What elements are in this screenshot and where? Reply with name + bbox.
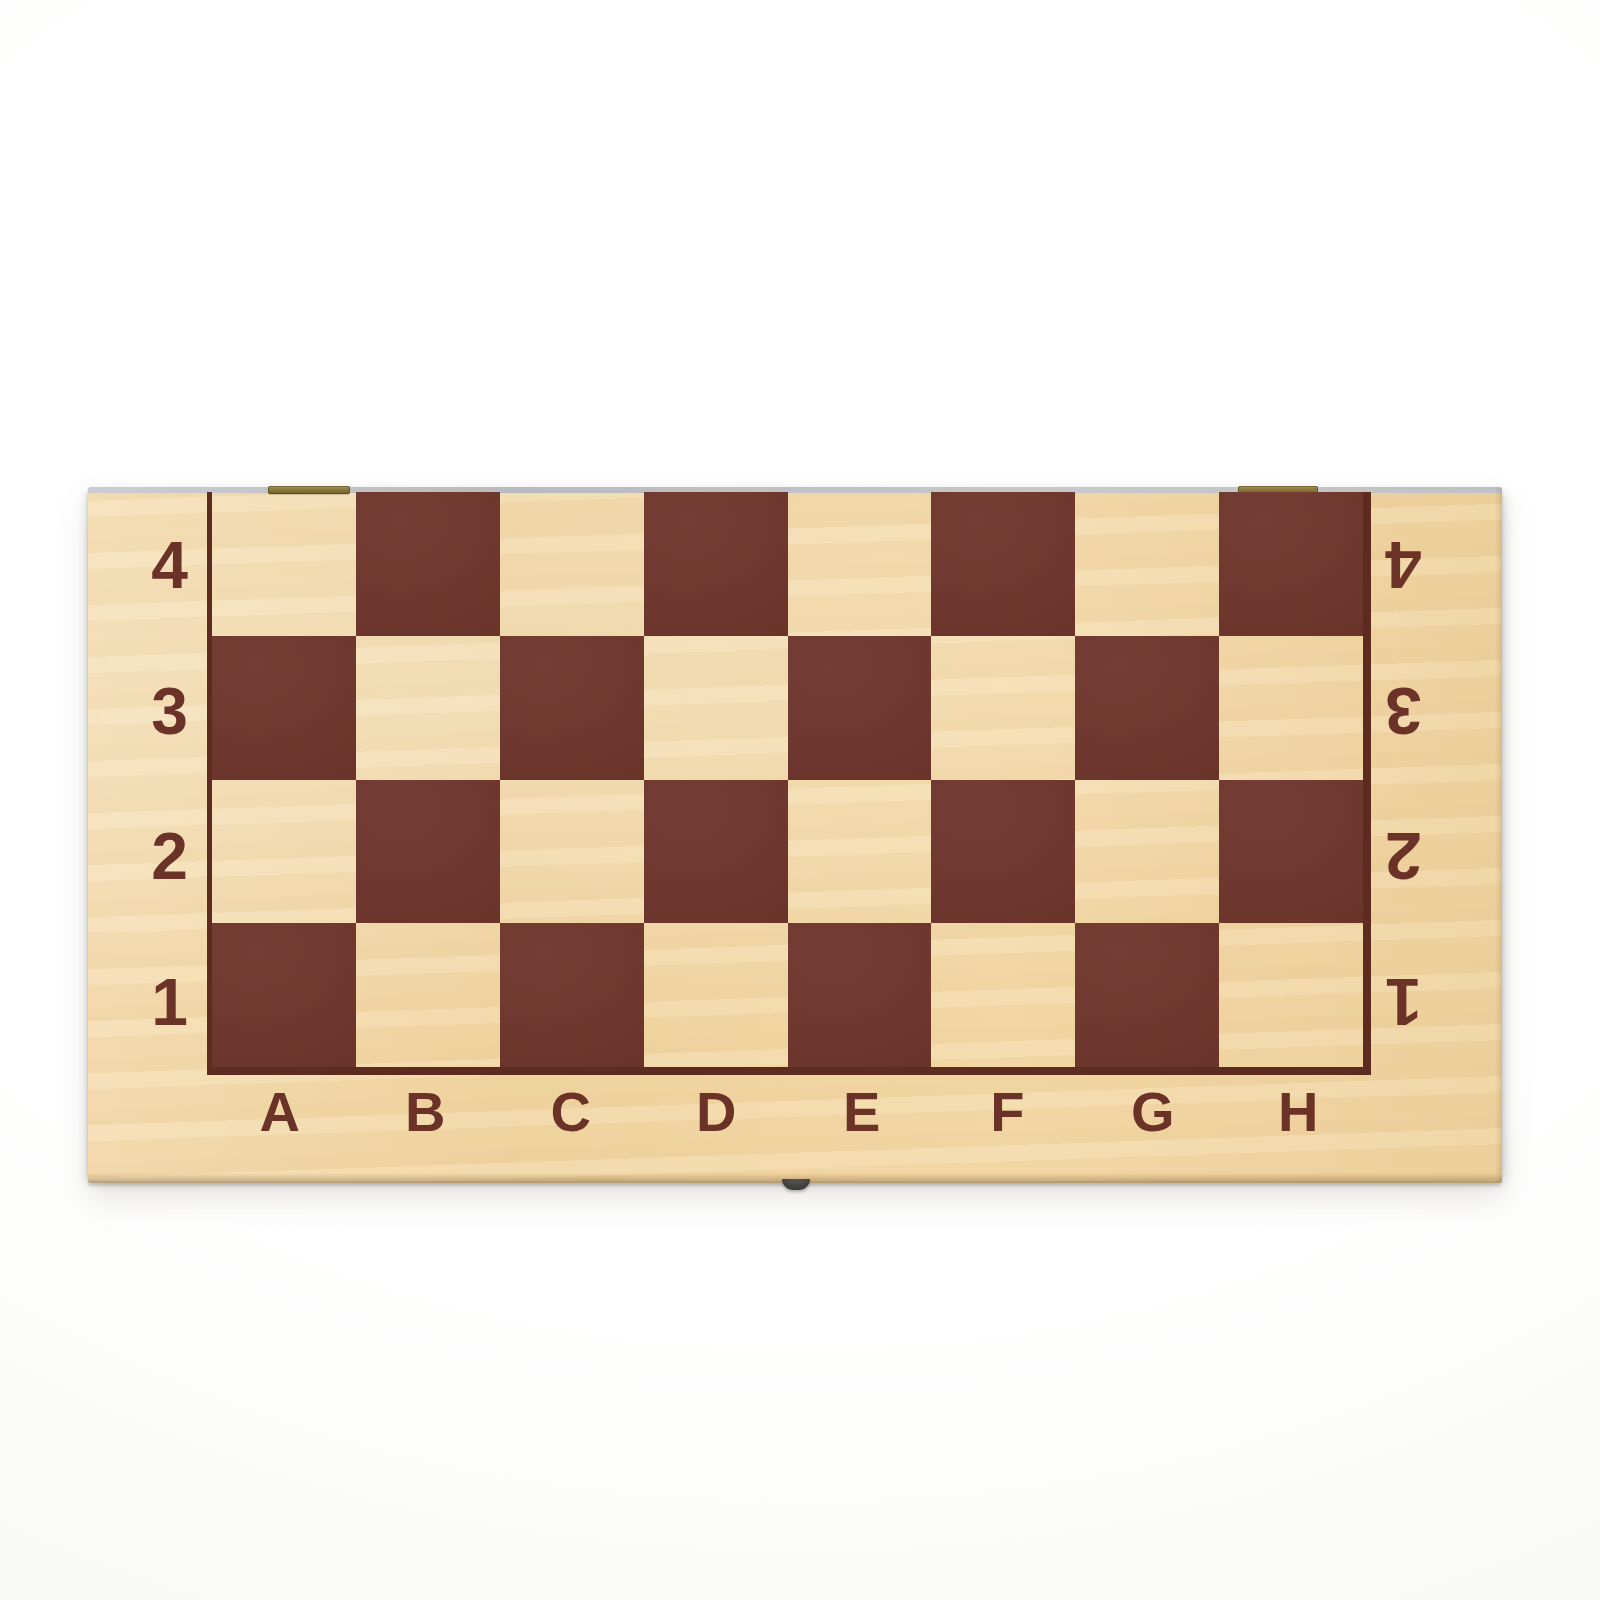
clasp [782,1179,810,1190]
square-d1 [644,923,788,1067]
photo-backdrop: 4321 4321 ABCDEFGH [0,0,1600,1600]
rank-label-left-1: 1 [88,929,202,1075]
file-labels: ABCDEFGH [207,1075,1371,1175]
square-e4 [788,492,932,636]
rank-label-right-1: 1 [1371,929,1502,1075]
square-g4 [1075,492,1219,636]
square-d4 [644,492,788,636]
square-g1 [1075,923,1219,1067]
file-label-b: B [353,1075,499,1175]
square-b3 [356,636,500,780]
rank-label-right-4: 4 [1371,492,1502,638]
file-label-a: A [207,1075,353,1175]
square-c2 [500,780,644,924]
square-h1 [1219,923,1363,1067]
square-b4 [356,492,500,636]
square-a1 [212,923,356,1067]
play-area [207,492,1371,1075]
rank-label-left-3: 3 [88,638,202,784]
square-f4 [931,492,1075,636]
square-e2 [788,780,932,924]
square-b2 [356,780,500,924]
square-f2 [931,780,1075,924]
file-label-g: G [1080,1075,1226,1175]
rank-label-right-3: 3 [1371,638,1502,784]
square-g2 [1075,780,1219,924]
square-a2 [212,780,356,924]
file-label-h: H [1226,1075,1372,1175]
rank-labels-right: 4321 [1371,492,1502,1075]
rank-label-left-4: 4 [88,492,202,638]
square-f3 [931,636,1075,780]
square-h3 [1219,636,1363,780]
square-e1 [788,923,932,1067]
square-d2 [644,780,788,924]
square-a3 [212,636,356,780]
file-label-c: C [498,1075,644,1175]
square-c3 [500,636,644,780]
square-g3 [1075,636,1219,780]
file-label-e: E [789,1075,935,1175]
square-e3 [788,636,932,780]
square-h2 [1219,780,1363,924]
square-d3 [644,636,788,780]
square-h4 [1219,492,1363,636]
square-b1 [356,923,500,1067]
board-right-edge [1495,487,1502,1183]
square-c1 [500,923,644,1067]
square-c4 [500,492,644,636]
square-f1 [931,923,1075,1067]
rank-labels-left: 4321 [88,492,202,1075]
square-a4 [212,492,356,636]
folded-chessboard: 4321 4321 ABCDEFGH [88,487,1502,1183]
file-label-f: F [935,1075,1081,1175]
rank-label-left-2: 2 [88,784,202,930]
file-label-d: D [644,1075,790,1175]
rank-label-right-2: 2 [1371,784,1502,930]
